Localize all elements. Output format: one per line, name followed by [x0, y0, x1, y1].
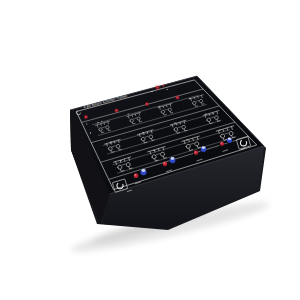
led-indicator: [114, 108, 118, 112]
led-indicator: [145, 102, 149, 106]
led-indicator: [175, 95, 179, 99]
product-photo: 4 Bit Binary Counter Trainer: [0, 0, 300, 300]
led-indicator: [84, 115, 88, 119]
product-photo-canvas: 4 Bit Binary Counter Trainer: [0, 0, 300, 300]
power-led: [156, 86, 158, 88]
power-led-small: [162, 85, 164, 87]
